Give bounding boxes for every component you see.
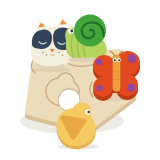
chick-pupil xyxy=(87,111,90,114)
cat-whisker-dot xyxy=(42,52,44,54)
butterfly-pupil-right xyxy=(118,59,120,61)
butterfly-spot xyxy=(96,85,102,91)
snail-piece[interactable] xyxy=(65,15,107,63)
butterfly-spot xyxy=(127,84,135,92)
toy-illustration xyxy=(0,0,160,160)
butterfly-spot xyxy=(128,54,137,63)
product-photo-sensory-tray xyxy=(0,0,160,160)
butterfly-spot xyxy=(96,59,102,65)
snail-pupil xyxy=(70,30,73,33)
cat-whisker-dot xyxy=(58,52,60,54)
cat-whisker-dot xyxy=(46,54,48,56)
cat-whisker-dot xyxy=(62,54,64,56)
butterfly-pupil-left xyxy=(114,59,116,61)
